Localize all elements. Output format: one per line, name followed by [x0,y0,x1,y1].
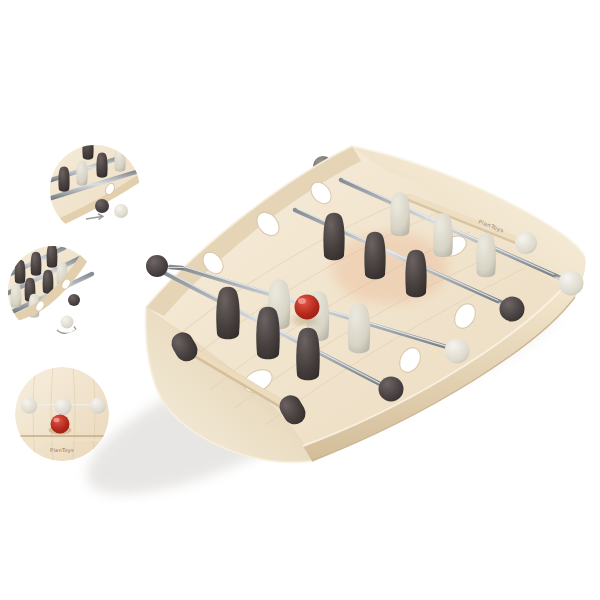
brand-text: PlanToys [50,447,74,454]
player-pin-dark [216,287,239,340]
player-pin-cream [476,233,496,277]
mini-white-ball [114,204,128,218]
handle-ball-dark [379,377,404,402]
score-bead [90,397,106,413]
mini-dark-ball [68,294,80,306]
thumbnail-goal-detail[interactable] [50,145,140,235]
player-pin-dark [256,307,279,360]
handle-ball-cream [445,339,470,364]
thumbnail-rotation-detail[interactable] [8,246,98,336]
player-pin-dark [405,250,426,298]
player-pin-dark [364,232,385,280]
score-bead [54,398,71,415]
thumbnail-score-rod-detail[interactable]: PlanToys [15,367,109,461]
bar-cap-ball [515,232,537,254]
player-pin-dark [296,328,319,381]
handle-ball-dark [146,255,168,277]
score-bead [21,397,37,413]
player-pin-cream [390,192,410,236]
player-pin-dark [323,213,344,261]
mini-knob-ball [61,316,74,329]
handle-ball-cream [559,271,584,296]
mini-dark-ball [95,199,109,213]
field-reflection [332,232,448,304]
handle-ball-dark [500,297,525,322]
product-page: PlanToys [0,0,600,600]
player-pin-cream [348,303,370,353]
player-pin-cream [433,213,453,257]
